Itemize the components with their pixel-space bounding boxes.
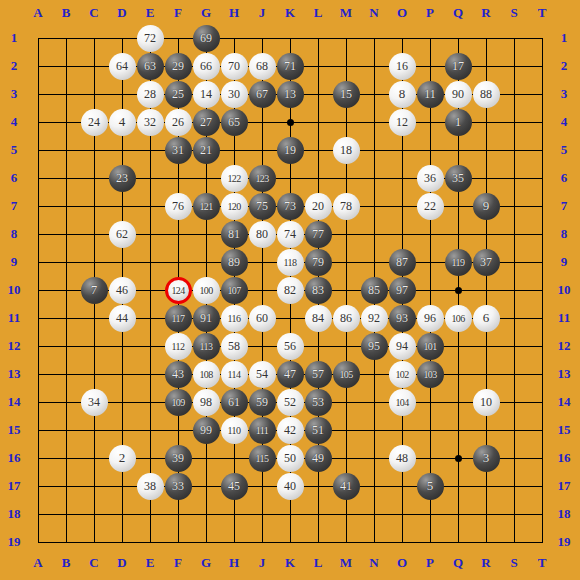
col-label-top-F: F (164, 6, 192, 20)
white-stone-82: 82 (277, 277, 304, 304)
white-stone-6: 6 (473, 305, 500, 332)
col-label-bottom-F: F (164, 556, 192, 570)
white-stone-96: 96 (417, 305, 444, 332)
col-label-bottom-B: B (52, 556, 80, 570)
col-label-top-J: J (248, 6, 276, 20)
white-stone-122: 122 (221, 165, 248, 192)
black-stone-57: 57 (305, 361, 332, 388)
white-stone-72: 72 (137, 25, 164, 52)
black-stone-69: 69 (193, 25, 220, 52)
black-stone-41: 41 (333, 473, 360, 500)
black-stone-73: 73 (277, 193, 304, 220)
go-diagram: AABBCCDDEEFFGGHHJJKKLLMMNNOOPPQQRRSSTT11… (0, 0, 580, 580)
white-stone-102: 102 (389, 361, 416, 388)
white-stone-104: 104 (389, 389, 416, 416)
col-label-top-N: N (360, 6, 388, 20)
white-stone-52: 52 (277, 389, 304, 416)
black-stone-27: 27 (193, 109, 220, 136)
white-stone-116: 116 (221, 305, 248, 332)
white-stone-78: 78 (333, 193, 360, 220)
black-stone-95: 95 (361, 333, 388, 360)
col-label-bottom-O: O (388, 556, 416, 570)
white-stone-86: 86 (333, 305, 360, 332)
col-label-bottom-S: S (500, 556, 528, 570)
black-stone-121: 121 (193, 193, 220, 220)
white-stone-2: 2 (109, 445, 136, 472)
col-label-bottom-P: P (416, 556, 444, 570)
black-stone-61: 61 (221, 389, 248, 416)
col-label-top-D: D (108, 6, 136, 20)
white-stone-112: 112 (165, 333, 192, 360)
white-stone-48: 48 (389, 445, 416, 472)
black-stone-5: 5 (417, 473, 444, 500)
white-stone-90: 90 (445, 81, 472, 108)
white-stone-20: 20 (305, 193, 332, 220)
col-label-top-P: P (416, 6, 444, 20)
white-stone-44: 44 (109, 305, 136, 332)
black-stone-43: 43 (165, 361, 192, 388)
white-stone-32: 32 (137, 109, 164, 136)
col-label-bottom-R: R (472, 556, 500, 570)
black-stone-85: 85 (361, 277, 388, 304)
white-stone-50: 50 (277, 445, 304, 472)
white-stone-88: 88 (473, 81, 500, 108)
white-stone-18: 18 (333, 137, 360, 164)
black-stone-91: 91 (193, 305, 220, 332)
col-label-top-A: A (24, 6, 52, 20)
black-stone-47: 47 (277, 361, 304, 388)
black-stone-93: 93 (389, 305, 416, 332)
black-stone-37: 37 (473, 249, 500, 276)
col-label-top-M: M (332, 6, 360, 20)
col-label-top-H: H (220, 6, 248, 20)
white-stone-16: 16 (389, 53, 416, 80)
white-stone-84: 84 (305, 305, 332, 332)
white-stone-60: 60 (249, 305, 276, 332)
white-stone-58: 58 (221, 333, 248, 360)
black-stone-107: 107 (221, 277, 248, 304)
black-stone-77: 77 (305, 221, 332, 248)
col-label-bottom-T: T (528, 556, 556, 570)
black-stone-101: 101 (417, 333, 444, 360)
black-stone-23: 23 (109, 165, 136, 192)
col-label-top-E: E (136, 6, 164, 20)
white-stone-62: 62 (109, 221, 136, 248)
col-label-top-R: R (472, 6, 500, 20)
col-label-top-K: K (276, 6, 304, 20)
col-label-bottom-D: D (108, 556, 136, 570)
black-stone-75: 75 (249, 193, 276, 220)
white-stone-34: 34 (81, 389, 108, 416)
black-stone-29: 29 (165, 53, 192, 80)
col-label-top-S: S (500, 6, 528, 20)
black-stone-13: 13 (277, 81, 304, 108)
white-stone-64: 64 (109, 53, 136, 80)
white-stone-94: 94 (389, 333, 416, 360)
white-stone-12: 12 (389, 109, 416, 136)
black-stone-35: 35 (445, 165, 472, 192)
black-stone-105: 105 (333, 361, 360, 388)
black-stone-11: 11 (417, 81, 444, 108)
black-stone-1: 1 (445, 109, 472, 136)
black-stone-7: 7 (81, 277, 108, 304)
black-stone-83: 83 (305, 277, 332, 304)
col-label-bottom-M: M (332, 556, 360, 570)
col-label-bottom-C: C (80, 556, 108, 570)
black-stone-25: 25 (165, 81, 192, 108)
black-stone-45: 45 (221, 473, 248, 500)
black-stone-111: 111 (249, 417, 276, 444)
black-stone-51: 51 (305, 417, 332, 444)
col-label-bottom-G: G (192, 556, 220, 570)
white-stone-66: 66 (193, 53, 220, 80)
white-stone-8: 8 (389, 81, 416, 108)
black-stone-49: 49 (305, 445, 332, 472)
black-stone-39: 39 (165, 445, 192, 472)
col-label-top-O: O (388, 6, 416, 20)
white-stone-22: 22 (417, 193, 444, 220)
white-stone-74: 74 (277, 221, 304, 248)
white-stone-36: 36 (417, 165, 444, 192)
black-stone-63: 63 (137, 53, 164, 80)
white-stone-14: 14 (193, 81, 220, 108)
white-stone-40: 40 (277, 473, 304, 500)
white-stone-68: 68 (249, 53, 276, 80)
black-stone-89: 89 (221, 249, 248, 276)
white-stone-98: 98 (193, 389, 220, 416)
white-stone-24: 24 (81, 109, 108, 136)
white-stone-106: 106 (445, 305, 472, 332)
white-stone-38: 38 (137, 473, 164, 500)
black-stone-119: 119 (445, 249, 472, 276)
black-stone-109: 109 (165, 389, 192, 416)
black-stone-15: 15 (333, 81, 360, 108)
white-stone-28: 28 (137, 81, 164, 108)
white-stone-56: 56 (277, 333, 304, 360)
black-stone-3: 3 (473, 445, 500, 472)
black-stone-31: 31 (165, 137, 192, 164)
black-stone-115: 115 (249, 445, 276, 472)
white-stone-10: 10 (473, 389, 500, 416)
black-stone-67: 67 (249, 81, 276, 108)
stone-layer: 1234567891011121314151617181920212223242… (24, 24, 556, 556)
white-stone-76: 76 (165, 193, 192, 220)
col-label-top-B: B (52, 6, 80, 20)
black-stone-113: 113 (193, 333, 220, 360)
col-label-top-G: G (192, 6, 220, 20)
star-point-K4 (287, 119, 294, 126)
black-stone-99: 99 (193, 417, 220, 444)
black-stone-71: 71 (277, 53, 304, 80)
white-stone-108: 108 (193, 361, 220, 388)
white-stone-120: 120 (221, 193, 248, 220)
col-label-bottom-A: A (24, 556, 52, 570)
col-label-bottom-H: H (220, 556, 248, 570)
black-stone-123: 123 (249, 165, 276, 192)
black-stone-19: 19 (277, 137, 304, 164)
white-stone-30: 30 (221, 81, 248, 108)
col-label-top-L: L (304, 6, 332, 20)
white-stone-100: 100 (193, 277, 220, 304)
white-stone-92: 92 (361, 305, 388, 332)
black-stone-81: 81 (221, 221, 248, 248)
black-stone-59: 59 (249, 389, 276, 416)
white-stone-114: 114 (221, 361, 248, 388)
black-stone-17: 17 (445, 53, 472, 80)
black-stone-87: 87 (389, 249, 416, 276)
col-label-bottom-E: E (136, 556, 164, 570)
col-label-bottom-L: L (304, 556, 332, 570)
black-stone-65: 65 (221, 109, 248, 136)
white-stone-118: 118 (277, 249, 304, 276)
star-point-Q16 (455, 455, 462, 462)
white-stone-4: 4 (109, 109, 136, 136)
col-label-bottom-Q: Q (444, 556, 472, 570)
white-stone-70: 70 (221, 53, 248, 80)
white-stone-124-last-move: 124 (165, 277, 192, 304)
black-stone-117: 117 (165, 305, 192, 332)
col-label-top-T: T (528, 6, 556, 20)
black-stone-21: 21 (193, 137, 220, 164)
white-stone-110: 110 (221, 417, 248, 444)
col-label-bottom-N: N (360, 556, 388, 570)
black-stone-33: 33 (165, 473, 192, 500)
star-point-Q10 (455, 287, 462, 294)
black-stone-9: 9 (473, 193, 500, 220)
white-stone-42: 42 (277, 417, 304, 444)
col-label-top-C: C (80, 6, 108, 20)
white-stone-46: 46 (109, 277, 136, 304)
black-stone-103: 103 (417, 361, 444, 388)
black-stone-53: 53 (305, 389, 332, 416)
col-label-bottom-K: K (276, 556, 304, 570)
white-stone-80: 80 (249, 221, 276, 248)
black-stone-97: 97 (389, 277, 416, 304)
col-label-top-Q: Q (444, 6, 472, 20)
col-label-bottom-J: J (248, 556, 276, 570)
white-stone-54: 54 (249, 361, 276, 388)
black-stone-79: 79 (305, 249, 332, 276)
white-stone-26: 26 (165, 109, 192, 136)
